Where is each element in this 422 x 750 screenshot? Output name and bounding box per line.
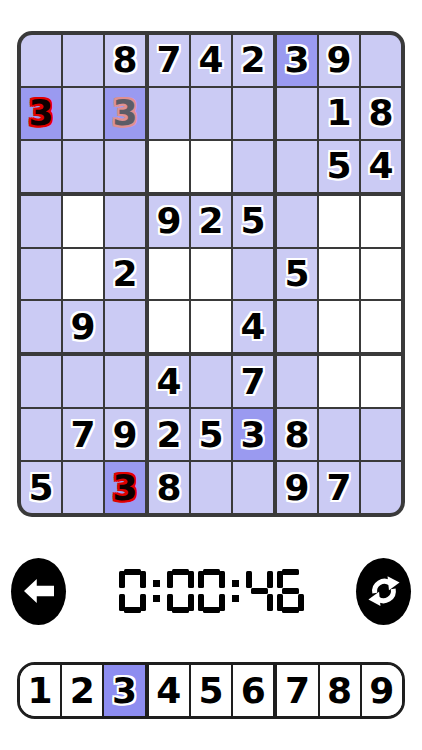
cell-r8c1[interactable] [21,409,61,460]
cell-r1c6[interactable]: 2 [233,35,273,86]
timer-colon [150,569,163,613]
cell-r1c9[interactable] [361,35,401,86]
cell-r9c4[interactable]: 8 [149,462,189,513]
numkey-8[interactable]: 8 [320,665,362,716]
cell-r5c8[interactable] [319,249,359,300]
cell-r2c4[interactable] [149,88,189,139]
cell-r2c9[interactable]: 8 [361,88,401,139]
cell-r7c7[interactable] [277,356,317,407]
cell-r9c2[interactable] [63,462,103,513]
cell-r5c7[interactable]: 5 [277,249,317,300]
cell-r5c5[interactable] [191,249,231,300]
cell-r9c6[interactable] [233,462,273,513]
cell-r2c6[interactable] [233,88,273,139]
cell-r5c6[interactable] [233,249,273,300]
box-8: 472538 [149,356,273,513]
cell-r4c9[interactable] [361,196,401,247]
cell-r3c3[interactable] [105,141,145,192]
cell-r2c5[interactable] [191,88,231,139]
box-1: 833 [21,35,145,192]
cell-r6c8[interactable] [319,301,359,352]
cell-r2c7[interactable] [277,88,317,139]
box-2: 742 [149,35,273,192]
back-button[interactable] [11,558,66,625]
timer-digit-6 [277,569,304,613]
back-arrow-icon [21,577,57,605]
number-bar: 1 2 3 4 5 6 7 8 9 [17,662,405,719]
cell-r4c4[interactable]: 9 [149,196,189,247]
cell-r6c2[interactable]: 9 [63,301,103,352]
cell-r5c2[interactable] [63,249,103,300]
cell-r3c9[interactable]: 4 [361,141,401,192]
cell-r1c7[interactable]: 3 [277,35,317,86]
cell-r6c4[interactable] [149,301,189,352]
restart-button[interactable] [356,558,411,625]
cell-r4c1[interactable] [21,196,61,247]
cell-r5c9[interactable] [361,249,401,300]
refresh-icon [367,574,401,608]
numkey-1[interactable]: 1 [20,665,62,716]
cell-r2c1[interactable]: 3 [21,88,61,139]
cell-r6c1[interactable] [21,301,61,352]
cell-r8c6[interactable]: 3 [233,409,273,460]
numkey-3[interactable]: 3 [104,665,148,716]
cell-r6c6[interactable]: 4 [233,301,273,352]
cell-r9c5[interactable] [191,462,231,513]
cell-r4c3[interactable] [105,196,145,247]
box-7: 7953 [21,356,145,513]
box-4: 29 [21,196,145,353]
cell-r7c4[interactable]: 4 [149,356,189,407]
cell-r9c9[interactable] [361,462,401,513]
cell-r7c9[interactable] [361,356,401,407]
cell-r1c4[interactable]: 7 [149,35,189,86]
cell-r4c8[interactable] [319,196,359,247]
cell-r7c1[interactable] [21,356,61,407]
numkey-6[interactable]: 6 [233,665,277,716]
cell-r1c5[interactable]: 4 [191,35,231,86]
cell-r9c7[interactable]: 9 [277,462,317,513]
cell-r1c1[interactable] [21,35,61,86]
cell-r2c2[interactable] [63,88,103,139]
cell-r3c8[interactable]: 5 [319,141,359,192]
cell-r7c3[interactable] [105,356,145,407]
cell-r7c5[interactable] [191,356,231,407]
timer-digit-0 [119,569,146,613]
cell-r3c1[interactable] [21,141,61,192]
cell-r4c2[interactable] [63,196,103,247]
cell-r7c8[interactable] [319,356,359,407]
timer-digit-4 [246,569,273,613]
timer-display [119,569,304,613]
cell-r2c8[interactable]: 1 [319,88,359,139]
timer-colon [229,569,242,613]
cell-r6c3[interactable] [105,301,145,352]
box-3: 391854 [277,35,401,192]
cell-r4c5[interactable]: 2 [191,196,231,247]
cell-r8c7[interactable]: 8 [277,409,317,460]
cell-r6c5[interactable] [191,301,231,352]
cell-r3c5[interactable] [191,141,231,192]
cell-r1c3[interactable]: 8 [105,35,145,86]
cell-r7c6[interactable]: 7 [233,356,273,407]
timer-digit-0 [198,569,225,613]
numkey-2[interactable]: 2 [62,665,104,716]
cell-r8c9[interactable] [361,409,401,460]
cell-r5c3[interactable]: 2 [105,249,145,300]
cell-r4c7[interactable] [277,196,317,247]
numkey-7[interactable]: 7 [277,665,319,716]
cell-r9c3[interactable]: 3 [105,462,145,513]
cell-r8c3[interactable]: 9 [105,409,145,460]
cell-r4c6[interactable]: 5 [233,196,273,247]
cell-r3c2[interactable] [63,141,103,192]
box-9: 897 [277,356,401,513]
cell-r8c5[interactable]: 5 [191,409,231,460]
cell-r3c4[interactable] [149,141,189,192]
cell-r8c8[interactable] [319,409,359,460]
timer-digit-0 [167,569,194,613]
box-5: 9254 [149,196,273,353]
cell-r8c2[interactable]: 7 [63,409,103,460]
numkey-4[interactable]: 4 [149,665,191,716]
cell-r1c8[interactable]: 9 [319,35,359,86]
box-6: 5 [277,196,401,353]
numkey-5[interactable]: 5 [191,665,233,716]
cell-r9c8[interactable]: 7 [319,462,359,513]
cell-r6c9[interactable] [361,301,401,352]
cell-r7c2[interactable] [63,356,103,407]
cell-r3c7[interactable] [277,141,317,192]
cell-r1c2[interactable] [63,35,103,86]
cell-r9c1[interactable]: 5 [21,462,61,513]
sudoku-board: 83374239185429925457953472538897 [17,31,405,517]
numkey-9[interactable]: 9 [362,665,402,716]
control-bar [0,554,422,628]
cell-r2c3[interactable]: 3 [105,88,145,139]
cell-r5c1[interactable] [21,249,61,300]
cell-r3c6[interactable] [233,141,273,192]
cell-r5c4[interactable] [149,249,189,300]
cell-r8c4[interactable]: 2 [149,409,189,460]
cell-r6c7[interactable] [277,301,317,352]
